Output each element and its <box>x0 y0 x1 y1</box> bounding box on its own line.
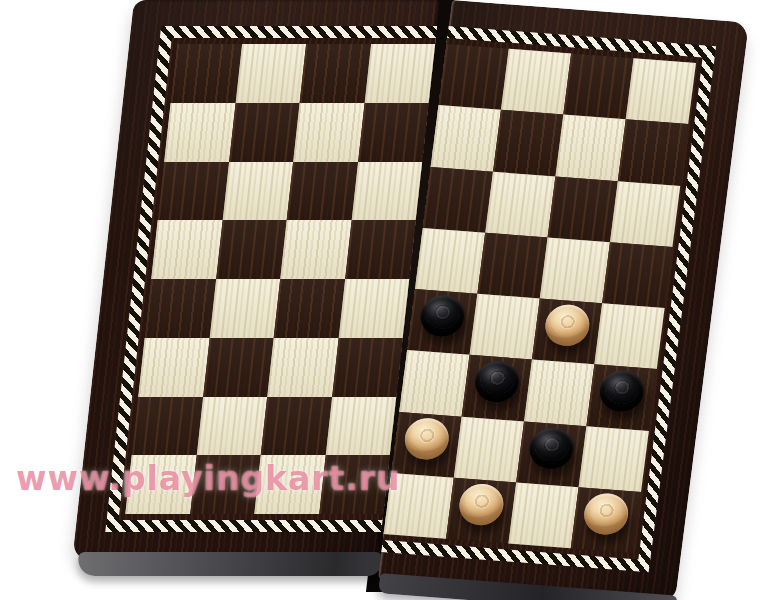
white-checker-h1 <box>581 492 630 536</box>
watermark-text: www.playingkart.ru <box>16 462 401 495</box>
board-left-side-edge <box>76 552 383 576</box>
square-b6 <box>222 162 293 221</box>
square-c2 <box>261 397 332 456</box>
square-f5 <box>477 232 547 298</box>
square-c5 <box>280 220 351 279</box>
square-h5 <box>602 242 672 308</box>
white-checker-e2 <box>402 416 451 460</box>
square-g2 <box>516 421 586 487</box>
square-g1 <box>508 482 578 548</box>
rope-border-left <box>105 26 437 532</box>
square-f4 <box>470 294 540 360</box>
black-checker-e4 <box>418 294 467 338</box>
square-d5 <box>345 220 416 279</box>
square-b4 <box>209 279 280 338</box>
square-h4 <box>594 303 664 369</box>
black-checker-f3 <box>472 360 521 404</box>
square-a6 <box>158 162 229 221</box>
board-right-side-edge <box>378 573 678 600</box>
square-c7 <box>293 103 364 162</box>
square-b3 <box>203 338 274 397</box>
black-checker-g2 <box>527 426 576 470</box>
square-f8 <box>501 49 571 115</box>
square-g6 <box>548 176 618 242</box>
square-f1 <box>446 477 516 543</box>
square-d4 <box>338 279 409 338</box>
square-e3 <box>399 350 469 416</box>
square-f6 <box>485 171 555 237</box>
board-left-inner <box>105 26 437 532</box>
square-d3 <box>332 338 403 397</box>
square-d7 <box>358 103 429 162</box>
square-h2 <box>579 426 649 492</box>
square-g5 <box>540 237 610 303</box>
square-a4 <box>145 279 216 338</box>
square-g3 <box>524 360 594 426</box>
square-e6 <box>423 167 493 233</box>
square-f2 <box>454 416 524 482</box>
rope-gap-left <box>119 38 436 520</box>
checkers-board-photo: www.playingkart.ru <box>0 0 779 600</box>
square-e5 <box>415 228 485 294</box>
square-h3 <box>586 364 656 430</box>
square-c6 <box>287 162 358 221</box>
square-e4 <box>407 289 477 355</box>
square-f7 <box>493 110 563 176</box>
square-a2 <box>132 397 203 456</box>
square-a8 <box>171 44 242 103</box>
square-e2 <box>391 412 461 478</box>
square-b5 <box>216 220 287 279</box>
square-g4 <box>532 298 602 364</box>
square-h8 <box>626 58 696 124</box>
square-h7 <box>618 119 688 185</box>
square-a5 <box>151 220 222 279</box>
square-e8 <box>439 44 509 110</box>
square-h1 <box>571 487 641 553</box>
square-d2 <box>325 397 396 456</box>
square-c8 <box>300 44 371 103</box>
square-g7 <box>555 115 625 181</box>
square-b2 <box>196 397 267 456</box>
square-a3 <box>138 338 209 397</box>
square-b8 <box>235 44 306 103</box>
checkerboard-left <box>125 44 435 514</box>
square-f3 <box>462 355 532 421</box>
square-c4 <box>274 279 345 338</box>
square-a7 <box>164 103 235 162</box>
square-c3 <box>267 338 338 397</box>
square-d8 <box>364 44 435 103</box>
white-checker-g4 <box>542 303 591 347</box>
square-e7 <box>431 105 501 171</box>
square-b7 <box>229 103 300 162</box>
white-checker-f1 <box>456 482 505 526</box>
square-h6 <box>610 181 680 247</box>
square-d6 <box>351 162 422 221</box>
black-checker-h3 <box>597 369 646 413</box>
square-g8 <box>563 53 633 119</box>
